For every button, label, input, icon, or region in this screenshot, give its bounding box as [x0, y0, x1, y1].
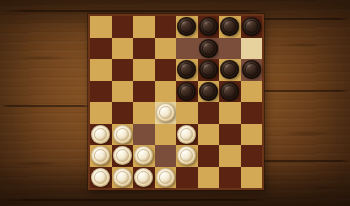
- square-r1c7[interactable]: [241, 38, 263, 60]
- square-r6c4[interactable]: [176, 145, 198, 167]
- square-r0c2[interactable]: [133, 16, 155, 38]
- dark-piece[interactable]: [199, 17, 218, 36]
- square-r5c0[interactable]: [90, 124, 112, 146]
- square-r6c3[interactable]: [155, 145, 177, 167]
- dark-piece[interactable]: [199, 82, 218, 101]
- square-r7c2[interactable]: [133, 167, 155, 189]
- square-r3c6[interactable]: [219, 81, 241, 103]
- checkers-board: [88, 14, 264, 190]
- square-r7c1[interactable]: [112, 167, 134, 189]
- square-r2c7[interactable]: [241, 59, 263, 81]
- square-r2c2[interactable]: [133, 59, 155, 81]
- square-r3c2[interactable]: [133, 81, 155, 103]
- game-screen: [0, 0, 350, 206]
- square-r1c2[interactable]: [133, 38, 155, 60]
- square-r5c6[interactable]: [219, 124, 241, 146]
- square-r1c0[interactable]: [90, 38, 112, 60]
- square-r6c2[interactable]: [133, 145, 155, 167]
- square-r4c3[interactable]: [155, 102, 177, 124]
- square-r5c4[interactable]: [176, 124, 198, 146]
- light-piece[interactable]: [91, 125, 110, 144]
- square-r3c0[interactable]: [90, 81, 112, 103]
- square-r6c1[interactable]: [112, 145, 134, 167]
- square-r7c0[interactable]: [90, 167, 112, 189]
- dark-piece[interactable]: [220, 17, 239, 36]
- square-r0c1[interactable]: [112, 16, 134, 38]
- dark-piece[interactable]: [242, 60, 261, 79]
- square-r1c5[interactable]: [198, 38, 220, 60]
- square-r4c1[interactable]: [112, 102, 134, 124]
- square-r2c4[interactable]: [176, 59, 198, 81]
- light-piece[interactable]: [156, 103, 175, 122]
- square-r2c6[interactable]: [219, 59, 241, 81]
- square-r3c1[interactable]: [112, 81, 134, 103]
- square-r7c7[interactable]: [241, 167, 263, 189]
- dark-piece[interactable]: [220, 60, 239, 79]
- light-piece[interactable]: [177, 146, 196, 165]
- square-r7c4[interactable]: [176, 167, 198, 189]
- square-r1c1[interactable]: [112, 38, 134, 60]
- square-r5c7[interactable]: [241, 124, 263, 146]
- square-r4c2[interactable]: [133, 102, 155, 124]
- square-r2c5[interactable]: [198, 59, 220, 81]
- square-r4c7[interactable]: [241, 102, 263, 124]
- square-r7c5[interactable]: [198, 167, 220, 189]
- square-r4c4[interactable]: [176, 102, 198, 124]
- square-r7c3[interactable]: [155, 167, 177, 189]
- square-r4c5[interactable]: [198, 102, 220, 124]
- square-r5c5[interactable]: [198, 124, 220, 146]
- square-r5c1[interactable]: [112, 124, 134, 146]
- square-r0c7[interactable]: [241, 16, 263, 38]
- light-piece[interactable]: [177, 125, 196, 144]
- light-piece[interactable]: [113, 146, 132, 165]
- light-piece[interactable]: [134, 146, 153, 165]
- square-r5c3[interactable]: [155, 124, 177, 146]
- light-piece[interactable]: [91, 168, 110, 187]
- square-r3c4[interactable]: [176, 81, 198, 103]
- square-r3c3[interactable]: [155, 81, 177, 103]
- square-r6c0[interactable]: [90, 145, 112, 167]
- light-piece[interactable]: [134, 168, 153, 187]
- square-r6c7[interactable]: [241, 145, 263, 167]
- dark-piece[interactable]: [199, 60, 218, 79]
- square-r4c6[interactable]: [219, 102, 241, 124]
- square-r5c2[interactable]: [133, 124, 155, 146]
- square-r7c6[interactable]: [219, 167, 241, 189]
- square-r0c3[interactable]: [155, 16, 177, 38]
- square-r1c4[interactable]: [176, 38, 198, 60]
- light-piece[interactable]: [156, 168, 175, 187]
- square-r3c7[interactable]: [241, 81, 263, 103]
- square-r1c6[interactable]: [219, 38, 241, 60]
- square-r0c0[interactable]: [90, 16, 112, 38]
- square-r0c6[interactable]: [219, 16, 241, 38]
- light-piece[interactable]: [91, 146, 110, 165]
- square-r6c6[interactable]: [219, 145, 241, 167]
- square-r1c3[interactable]: [155, 38, 177, 60]
- square-r0c5[interactable]: [198, 16, 220, 38]
- dark-piece[interactable]: [177, 17, 196, 36]
- square-r2c0[interactable]: [90, 59, 112, 81]
- square-r6c5[interactable]: [198, 145, 220, 167]
- dark-piece[interactable]: [199, 39, 218, 58]
- dark-piece[interactable]: [242, 17, 261, 36]
- square-r2c3[interactable]: [155, 59, 177, 81]
- square-r4c0[interactable]: [90, 102, 112, 124]
- light-piece[interactable]: [113, 168, 132, 187]
- square-r0c4[interactable]: [176, 16, 198, 38]
- square-r3c5[interactable]: [198, 81, 220, 103]
- dark-piece[interactable]: [177, 82, 196, 101]
- light-piece[interactable]: [113, 125, 132, 144]
- dark-piece[interactable]: [177, 60, 196, 79]
- dark-piece[interactable]: [220, 82, 239, 101]
- square-r2c1[interactable]: [112, 59, 134, 81]
